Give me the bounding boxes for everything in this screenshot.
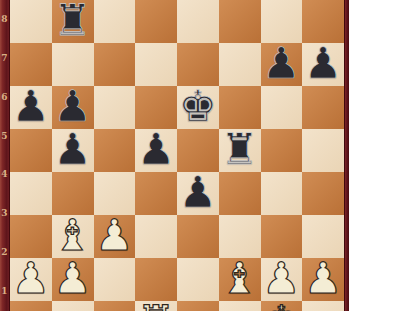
square-d4[interactable] <box>135 172 177 215</box>
square-g3[interactable] <box>261 215 303 258</box>
square-c2[interactable] <box>94 258 136 301</box>
square-a7[interactable] <box>10 43 52 86</box>
square-g6[interactable] <box>261 86 303 129</box>
rank-label-1: 1 <box>0 272 9 311</box>
page: 87654321 ♜♟♟♟♟♚♟♟♜♟♝♟♟♟♝♟♟♜♚ <box>0 0 414 311</box>
chess-board: ♜♟♟♟♟♚♟♟♜♟♝♟♟♟♝♟♟♜♚ <box>10 0 344 311</box>
square-c7[interactable] <box>94 43 136 86</box>
square-a5[interactable] <box>10 129 52 172</box>
square-e1[interactable] <box>177 301 219 311</box>
piece-white-bishop: ♝ <box>53 214 92 257</box>
square-f2[interactable]: ♝ <box>219 258 261 301</box>
rank-label-5: 5 <box>0 117 9 156</box>
square-h1[interactable] <box>302 301 344 311</box>
board-frame-right <box>344 0 349 311</box>
square-e6[interactable]: ♚ <box>177 86 219 129</box>
square-h4[interactable] <box>302 172 344 215</box>
piece-black-pawn: ♟ <box>262 42 301 85</box>
square-d5[interactable]: ♟ <box>135 129 177 172</box>
piece-black-pawn: ♟ <box>304 42 343 85</box>
piece-white-rook: ♜ <box>137 300 176 311</box>
piece-black-rook: ♜ <box>220 128 259 171</box>
square-d3[interactable] <box>135 215 177 258</box>
square-a8[interactable] <box>10 0 52 43</box>
square-b8[interactable]: ♜ <box>52 0 94 43</box>
square-h3[interactable] <box>302 215 344 258</box>
piece-black-pawn: ♟ <box>53 85 92 128</box>
square-g4[interactable] <box>261 172 303 215</box>
piece-white-pawn: ♟ <box>95 214 134 257</box>
square-d2[interactable] <box>135 258 177 301</box>
square-a1[interactable] <box>10 301 52 311</box>
square-h5[interactable] <box>302 129 344 172</box>
square-b2[interactable]: ♟ <box>52 258 94 301</box>
piece-white-pawn: ♟ <box>262 257 301 300</box>
square-e5[interactable] <box>177 129 219 172</box>
piece-white-pawn: ♟ <box>12 257 51 300</box>
square-f8[interactable] <box>219 0 261 43</box>
square-b4[interactable] <box>52 172 94 215</box>
piece-white-pawn: ♟ <box>53 257 92 300</box>
piece-black-pawn: ♟ <box>179 171 218 214</box>
square-c5[interactable] <box>94 129 136 172</box>
square-e4[interactable]: ♟ <box>177 172 219 215</box>
square-d1[interactable]: ♜ <box>135 301 177 311</box>
piece-black-pawn: ♟ <box>12 85 51 128</box>
rank-label-2: 2 <box>0 233 9 272</box>
piece-black-rook: ♜ <box>53 0 92 42</box>
square-d7[interactable] <box>135 43 177 86</box>
square-e2[interactable] <box>177 258 219 301</box>
square-g1[interactable]: ♚ <box>261 301 303 311</box>
square-d8[interactable] <box>135 0 177 43</box>
piece-white-bishop: ♝ <box>220 257 259 300</box>
square-g5[interactable] <box>261 129 303 172</box>
square-e7[interactable] <box>177 43 219 86</box>
square-a3[interactable] <box>10 215 52 258</box>
square-a4[interactable] <box>10 172 52 215</box>
board-frame-left: 87654321 <box>0 0 10 311</box>
square-b5[interactable]: ♟ <box>52 129 94 172</box>
rank-label-7: 7 <box>0 39 9 78</box>
square-c8[interactable] <box>94 0 136 43</box>
square-d6[interactable] <box>135 86 177 129</box>
square-f4[interactable] <box>219 172 261 215</box>
square-h7[interactable]: ♟ <box>302 43 344 86</box>
square-f7[interactable] <box>219 43 261 86</box>
square-e8[interactable] <box>177 0 219 43</box>
square-g8[interactable] <box>261 0 303 43</box>
square-e3[interactable] <box>177 215 219 258</box>
piece-black-pawn: ♟ <box>137 128 176 171</box>
square-b7[interactable] <box>52 43 94 86</box>
square-h8[interactable] <box>302 0 344 43</box>
square-c3[interactable]: ♟ <box>94 215 136 258</box>
square-h2[interactable]: ♟ <box>302 258 344 301</box>
square-f5[interactable]: ♜ <box>219 129 261 172</box>
piece-black-pawn: ♟ <box>53 128 92 171</box>
square-c4[interactable] <box>94 172 136 215</box>
rank-label-4: 4 <box>0 156 9 195</box>
square-b1[interactable] <box>52 301 94 311</box>
square-c1[interactable] <box>94 301 136 311</box>
square-c6[interactable] <box>94 86 136 129</box>
square-f1[interactable] <box>219 301 261 311</box>
square-a2[interactable]: ♟ <box>10 258 52 301</box>
rank-label-6: 6 <box>0 78 9 117</box>
square-b6[interactable]: ♟ <box>52 86 94 129</box>
square-a6[interactable]: ♟ <box>10 86 52 129</box>
square-g2[interactable]: ♟ <box>261 258 303 301</box>
square-f3[interactable] <box>219 215 261 258</box>
piece-black-king: ♚ <box>179 85 218 128</box>
square-b3[interactable]: ♝ <box>52 215 94 258</box>
rank-label-8: 8 <box>0 0 9 39</box>
piece-white-king: ♚ <box>262 300 301 311</box>
square-h6[interactable] <box>302 86 344 129</box>
piece-white-pawn: ♟ <box>304 257 343 300</box>
square-f6[interactable] <box>219 86 261 129</box>
rank-label-3: 3 <box>0 194 9 233</box>
square-g7[interactable]: ♟ <box>261 43 303 86</box>
